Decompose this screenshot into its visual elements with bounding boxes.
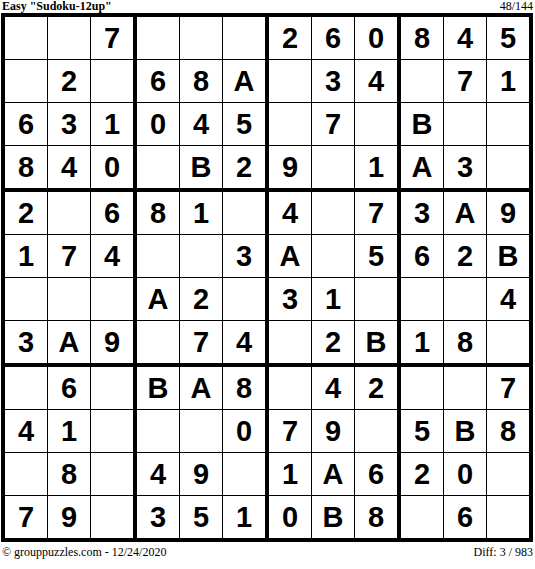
- cell-r7c2[interactable]: [48, 278, 91, 321]
- cell-r6c12[interactable]: B: [487, 235, 529, 278]
- cell-r12c11[interactable]: 6: [444, 496, 487, 538]
- cell-r2c4[interactable]: 6: [137, 60, 180, 103]
- board-row-12: 793510B86: [5, 496, 529, 538]
- cell-r9c3[interactable]: [91, 367, 137, 410]
- cell-r1c12[interactable]: 5: [487, 17, 529, 60]
- board-row-5: 2681473A9: [5, 192, 529, 235]
- cell-r11c4[interactable]: 4: [137, 453, 180, 496]
- board-row-7: A2314: [5, 278, 529, 321]
- cell-r4c9[interactable]: 1: [355, 146, 401, 192]
- cell-r11c8[interactable]: A: [312, 453, 355, 496]
- cell-r11c3[interactable]: [91, 453, 137, 496]
- cell-r11c5[interactable]: 9: [180, 453, 223, 496]
- puzzle-title: Easy "Sudoku-12up": [2, 0, 112, 13]
- cell-r6c2[interactable]: 7: [48, 235, 91, 278]
- cell-r8c12[interactable]: [487, 321, 529, 367]
- cell-r12c12[interactable]: [487, 496, 529, 538]
- cell-r9c10[interactable]: [401, 367, 444, 410]
- cell-r12c8[interactable]: B: [312, 496, 355, 538]
- puzzle-counter: 48/144: [500, 0, 533, 13]
- cell-r5c2[interactable]: [48, 192, 91, 235]
- cell-r11c6[interactable]: [223, 453, 269, 496]
- cell-r8c4[interactable]: [137, 321, 180, 367]
- cell-r11c11[interactable]: 0: [444, 453, 487, 496]
- cell-r7c10[interactable]: [401, 278, 444, 321]
- cell-r5c6[interactable]: [223, 192, 269, 235]
- cell-r5c7[interactable]: 4: [269, 192, 312, 235]
- cell-r11c9[interactable]: 6: [355, 453, 401, 496]
- cell-r9c4[interactable]: B: [137, 367, 180, 410]
- cell-r5c3[interactable]: 6: [91, 192, 137, 235]
- cell-r4c8[interactable]: [312, 146, 355, 192]
- cell-r8c3[interactable]: 9: [91, 321, 137, 367]
- cell-r4c12[interactable]: [487, 146, 529, 192]
- cell-r7c7[interactable]: 3: [269, 278, 312, 321]
- cell-r1c5[interactable]: [180, 17, 223, 60]
- cell-r10c10[interactable]: 5: [401, 410, 444, 453]
- cell-r6c7[interactable]: A: [269, 235, 312, 278]
- cell-r2c3[interactable]: [91, 60, 137, 103]
- cell-r3c8[interactable]: 7: [312, 103, 355, 146]
- board-row-8: 3A9742B18: [5, 321, 529, 367]
- cell-r4c5[interactable]: B: [180, 146, 223, 192]
- board-row-10: 410795B8: [5, 410, 529, 453]
- cell-r2c12[interactable]: 1: [487, 60, 529, 103]
- cell-r5c1[interactable]: 2: [5, 192, 48, 235]
- cell-r11c7[interactable]: 1: [269, 453, 312, 496]
- cell-r5c4[interactable]: 8: [137, 192, 180, 235]
- cell-r3c9[interactable]: [355, 103, 401, 146]
- cell-r4c1[interactable]: 8: [5, 146, 48, 192]
- cell-r5c12[interactable]: 9: [487, 192, 529, 235]
- board-row-1: 7260845: [5, 17, 529, 60]
- cell-r2c6[interactable]: A: [223, 60, 269, 103]
- cell-r8c5[interactable]: 7: [180, 321, 223, 367]
- cell-r2c10[interactable]: [401, 60, 444, 103]
- cell-r12c7[interactable]: 0: [269, 496, 312, 538]
- cell-r1c3[interactable]: 7: [91, 17, 137, 60]
- cell-r4c10[interactable]: A: [401, 146, 444, 192]
- cell-r1c4[interactable]: [137, 17, 180, 60]
- cell-r7c8[interactable]: 1: [312, 278, 355, 321]
- cell-r12c4[interactable]: 3: [137, 496, 180, 538]
- cell-r5c9[interactable]: 7: [355, 192, 401, 235]
- cell-r9c12[interactable]: 7: [487, 367, 529, 410]
- cell-r7c5[interactable]: 2: [180, 278, 223, 321]
- cell-r2c8[interactable]: 3: [312, 60, 355, 103]
- cell-r1c6[interactable]: [223, 17, 269, 60]
- difficulty-text: Diff: 3 / 983: [474, 545, 533, 559]
- board-row-11: 8491A620: [5, 453, 529, 496]
- cell-r3c5[interactable]: 4: [180, 103, 223, 146]
- cell-r9c1[interactable]: [5, 367, 48, 410]
- cell-r9c5[interactable]: A: [180, 367, 223, 410]
- cell-r4c11[interactable]: 3: [444, 146, 487, 192]
- cell-r10c3[interactable]: [91, 410, 137, 453]
- cell-r8c10[interactable]: 1: [401, 321, 444, 367]
- cell-r5c5[interactable]: 1: [180, 192, 223, 235]
- cell-r12c2[interactable]: 9: [48, 496, 91, 538]
- cell-r6c1[interactable]: 1: [5, 235, 48, 278]
- cell-r9c7[interactable]: [269, 367, 312, 410]
- cell-r1c2[interactable]: [48, 17, 91, 60]
- cell-r11c12[interactable]: [487, 453, 529, 496]
- board-row-9: 6BA8427: [5, 367, 529, 410]
- cell-r12c1[interactable]: 7: [5, 496, 48, 538]
- cell-r10c11[interactable]: B: [444, 410, 487, 453]
- cell-r1c1[interactable]: [5, 17, 48, 60]
- cell-r10c1[interactable]: 4: [5, 410, 48, 453]
- cell-r10c6[interactable]: 0: [223, 410, 269, 453]
- cell-r6c6[interactable]: 3: [223, 235, 269, 278]
- board-row-6: 1743A562B: [5, 235, 529, 278]
- cell-r6c8[interactable]: [312, 235, 355, 278]
- cell-r4c2[interactable]: 4: [48, 146, 91, 192]
- cell-r10c4[interactable]: [137, 410, 180, 453]
- cell-r8c11[interactable]: 8: [444, 321, 487, 367]
- cell-r11c1[interactable]: [5, 453, 48, 496]
- cell-r2c2[interactable]: 2: [48, 60, 91, 103]
- cell-r8c1[interactable]: 3: [5, 321, 48, 367]
- cell-r10c9[interactable]: [355, 410, 401, 453]
- cell-r12c5[interactable]: 5: [180, 496, 223, 538]
- cell-r6c10[interactable]: 6: [401, 235, 444, 278]
- cell-r9c9[interactable]: 2: [355, 367, 401, 410]
- cell-r3c10[interactable]: B: [401, 103, 444, 146]
- board-row-3: 6310457B: [5, 103, 529, 146]
- cell-r7c11[interactable]: [444, 278, 487, 321]
- sudoku-page: Easy "Sudoku-12up" 48/144 7260845268A347…: [0, 0, 535, 569]
- cell-r1c10[interactable]: 8: [401, 17, 444, 60]
- cell-r10c7[interactable]: 7: [269, 410, 312, 453]
- board-row-4: 840B291A3: [5, 146, 529, 192]
- cell-r1c8[interactable]: 6: [312, 17, 355, 60]
- puzzle-header: Easy "Sudoku-12up" 48/144: [0, 0, 535, 13]
- cell-r4c3[interactable]: 0: [91, 146, 137, 192]
- cell-r7c3[interactable]: [91, 278, 137, 321]
- cell-r3c1[interactable]: 6: [5, 103, 48, 146]
- cell-r10c8[interactable]: 9: [312, 410, 355, 453]
- cell-r12c9[interactable]: 8: [355, 496, 401, 538]
- cell-r3c3[interactable]: 1: [91, 103, 137, 146]
- cell-r5c8[interactable]: [312, 192, 355, 235]
- cell-r12c10[interactable]: [401, 496, 444, 538]
- cell-r2c9[interactable]: 4: [355, 60, 401, 103]
- cell-r9c6[interactable]: 8: [223, 367, 269, 410]
- cell-r9c2[interactable]: 6: [48, 367, 91, 410]
- cell-r10c12[interactable]: 8: [487, 410, 529, 453]
- cell-r7c4[interactable]: A: [137, 278, 180, 321]
- cell-r8c6[interactable]: 4: [223, 321, 269, 367]
- cell-r10c2[interactable]: 1: [48, 410, 91, 453]
- cell-r8c7[interactable]: [269, 321, 312, 367]
- board-row-2: 268A3471: [5, 60, 529, 103]
- cell-r6c9[interactable]: 5: [355, 235, 401, 278]
- sudoku-board: 7260845268A34716310457B840B291A32681473A…: [1, 13, 533, 542]
- cell-r9c8[interactable]: 4: [312, 367, 355, 410]
- cell-r7c9[interactable]: [355, 278, 401, 321]
- cell-r9c11[interactable]: [444, 367, 487, 410]
- cell-r11c10[interactable]: 2: [401, 453, 444, 496]
- cell-r8c9[interactable]: B: [355, 321, 401, 367]
- cell-r1c7[interactable]: 2: [269, 17, 312, 60]
- cell-r3c2[interactable]: 3: [48, 103, 91, 146]
- cell-r2c7[interactable]: [269, 60, 312, 103]
- cell-r7c12[interactable]: 4: [487, 278, 529, 321]
- cell-r6c11[interactable]: 2: [444, 235, 487, 278]
- cell-r4c7[interactable]: 9: [269, 146, 312, 192]
- cell-r2c5[interactable]: 8: [180, 60, 223, 103]
- cell-r8c8[interactable]: 2: [312, 321, 355, 367]
- cell-r12c6[interactable]: 1: [223, 496, 269, 538]
- cell-r1c9[interactable]: 0: [355, 17, 401, 60]
- cell-r11c2[interactable]: 8: [48, 453, 91, 496]
- cell-r6c5[interactable]: [180, 235, 223, 278]
- cell-r2c1[interactable]: [5, 60, 48, 103]
- cell-r7c6[interactable]: [223, 278, 269, 321]
- cell-r5c11[interactable]: A: [444, 192, 487, 235]
- cell-r6c4[interactable]: [137, 235, 180, 278]
- cell-r7c1[interactable]: [5, 278, 48, 321]
- cell-r6c3[interactable]: 4: [91, 235, 137, 278]
- copyright-text: © grouppuzzles.com - 12/24/2020: [2, 545, 166, 559]
- cell-r4c6[interactable]: 2: [223, 146, 269, 192]
- cell-r3c11[interactable]: [444, 103, 487, 146]
- cell-r5c10[interactable]: 3: [401, 192, 444, 235]
- puzzle-footer: © grouppuzzles.com - 12/24/2020 Diff: 3 …: [0, 545, 535, 559]
- cell-r3c6[interactable]: 5: [223, 103, 269, 146]
- cell-r3c7[interactable]: [269, 103, 312, 146]
- cell-r2c11[interactable]: 7: [444, 60, 487, 103]
- cell-r8c2[interactable]: A: [48, 321, 91, 367]
- cell-r3c4[interactable]: 0: [137, 103, 180, 146]
- cell-r3c12[interactable]: [487, 103, 529, 146]
- cell-r10c5[interactable]: [180, 410, 223, 453]
- cell-r12c3[interactable]: [91, 496, 137, 538]
- cell-r4c4[interactable]: [137, 146, 180, 192]
- cell-r1c11[interactable]: 4: [444, 17, 487, 60]
